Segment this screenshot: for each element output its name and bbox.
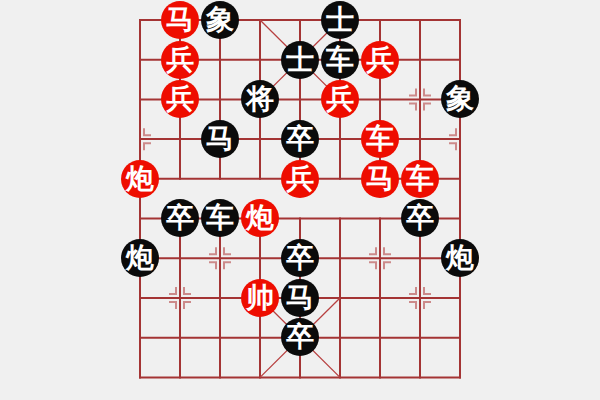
board-point: 将 (240, 79, 280, 119)
board-point: 车 (360, 119, 400, 159)
board-point: 马 (200, 119, 240, 159)
board-point: 卒 (280, 318, 320, 358)
board-point: 士 (320, 0, 360, 40)
piece-red-chariot[interactable]: 车 (401, 160, 439, 198)
piece-black-cannon[interactable]: 炮 (121, 239, 159, 277)
piece-black-chariot[interactable]: 车 (321, 41, 359, 79)
board-point: 马 (160, 0, 200, 40)
board-point: 马 (280, 278, 320, 318)
board-point: 炮 (240, 198, 280, 238)
piece-red-soldier[interactable]: 兵 (161, 80, 199, 118)
board-point: 兵 (360, 40, 400, 80)
board-point: 兵 (160, 40, 200, 80)
piece-black-soldier[interactable]: 卒 (281, 318, 319, 356)
piece-red-chariot[interactable]: 车 (361, 120, 399, 158)
piece-black-soldier[interactable]: 卒 (281, 239, 319, 277)
piece-red-soldier[interactable]: 兵 (161, 41, 199, 79)
piece-black-advisor[interactable]: 士 (281, 41, 319, 79)
board-point: 帅 (240, 278, 280, 318)
board-point: 象 (440, 79, 480, 119)
board-point: 兵 (280, 159, 320, 199)
piece-black-soldier[interactable]: 卒 (401, 199, 439, 237)
piece-red-soldier[interactable]: 兵 (321, 80, 359, 118)
board-point: 马 (360, 159, 400, 199)
piece-black-cannon[interactable]: 炮 (441, 239, 479, 277)
piece-red-horse[interactable]: 马 (361, 160, 399, 198)
piece-black-soldier[interactable]: 卒 (161, 199, 199, 237)
piece-black-advisor[interactable]: 士 (321, 1, 359, 39)
piece-black-general[interactable]: 将 (241, 80, 279, 118)
board-point: 卒 (280, 238, 320, 278)
board-point: 卒 (160, 198, 200, 238)
board-point: 兵 (320, 79, 360, 119)
xiangqi-board-screen: 马象士兵士车兵兵将兵象马卒车炮兵马车卒车炮卒炮卒炮帅马卒 (0, 0, 600, 400)
board-point: 车 (200, 198, 240, 238)
board-point: 士 (280, 40, 320, 80)
piece-black-elephant[interactable]: 象 (441, 80, 479, 118)
piece-black-horse[interactable]: 马 (281, 279, 319, 317)
board-point: 炮 (120, 159, 160, 199)
board-point: 卒 (400, 198, 440, 238)
board-point: 炮 (440, 238, 480, 278)
board-point: 卒 (280, 119, 320, 159)
piece-red-cannon[interactable]: 炮 (121, 160, 159, 198)
board-point: 象 (200, 0, 240, 40)
xiangqi-board[interactable]: 马象士兵士车兵兵将兵象马卒车炮兵马车卒车炮卒炮卒炮帅马卒 (120, 0, 480, 397)
board-point: 车 (320, 40, 360, 80)
piece-red-general[interactable]: 帅 (241, 279, 279, 317)
piece-red-soldier[interactable]: 兵 (281, 160, 319, 198)
board-point: 兵 (160, 79, 200, 119)
piece-red-horse[interactable]: 马 (161, 1, 199, 39)
piece-black-horse[interactable]: 马 (201, 120, 239, 158)
piece-red-soldier[interactable]: 兵 (361, 41, 399, 79)
board-point: 车 (400, 159, 440, 199)
piece-black-chariot[interactable]: 车 (201, 199, 239, 237)
piece-black-elephant[interactable]: 象 (201, 1, 239, 39)
piece-red-cannon[interactable]: 炮 (241, 199, 279, 237)
piece-black-soldier[interactable]: 卒 (281, 120, 319, 158)
board-point: 炮 (120, 238, 160, 278)
